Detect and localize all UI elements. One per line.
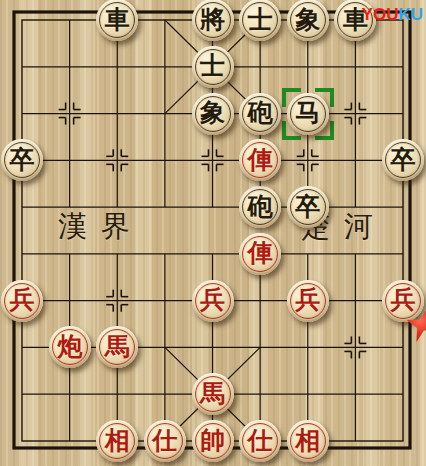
piece-glyph: 卒 [391, 147, 416, 172]
piece-glyph: 马 [295, 100, 320, 125]
piece-black-cannon[interactable]: 砲 [239, 93, 281, 135]
piece-black-horse[interactable]: 马 [287, 93, 329, 135]
piece-glyph: 士 [200, 53, 225, 78]
piece-glyph: 卒 [295, 194, 320, 219]
piece-glyph: 俥 [248, 147, 273, 172]
piece-glyph: 砲 [248, 194, 273, 219]
piece-red-chariot[interactable]: 俥 [239, 139, 281, 181]
piece-red-advisor[interactable]: 仕 [239, 420, 281, 462]
piece-glyph: 兵 [391, 287, 416, 312]
piece-red-horse[interactable]: 馬 [96, 326, 138, 368]
youku-logo: YOUKU [362, 6, 423, 23]
piece-red-advisor[interactable]: 仕 [144, 420, 186, 462]
piece-black-chariot[interactable]: 車 [96, 0, 138, 41]
piece-glyph: 象 [200, 100, 225, 125]
piece-red-chariot[interactable]: 俥 [239, 233, 281, 275]
piece-glyph: 炮 [57, 334, 82, 359]
xiangqi-app-window: { "app": { "logo": { "part_red": "YOU", … [0, 0, 426, 466]
piece-glyph: 將 [200, 7, 225, 32]
piece-glyph: 馬 [105, 334, 130, 359]
piece-glyph: 相 [105, 428, 130, 453]
piece-black-general[interactable]: 將 [192, 0, 234, 41]
piece-glyph: 車 [105, 7, 130, 32]
piece-black-elephant[interactable]: 象 [287, 0, 329, 41]
piece-glyph: 馬 [200, 381, 225, 406]
piece-black-soldier[interactable]: 卒 [1, 139, 43, 181]
piece-glyph: 相 [295, 428, 320, 453]
piece-red-soldier[interactable]: 兵 [287, 280, 329, 322]
piece-red-soldier[interactable]: 兵 [382, 280, 424, 322]
piece-glyph: 兵 [10, 287, 35, 312]
piece-red-cannon[interactable]: 炮 [49, 326, 91, 368]
youku-logo-red-part: YOU [362, 5, 399, 24]
piece-black-soldier[interactable]: 卒 [287, 186, 329, 228]
piece-red-horse[interactable]: 馬 [192, 373, 234, 415]
piece-red-elephant[interactable]: 相 [287, 420, 329, 462]
piece-glyph: 仕 [152, 428, 177, 453]
piece-glyph: 俥 [248, 240, 273, 265]
youku-logo-blue-part: KU [398, 5, 423, 24]
piece-glyph: 兵 [295, 287, 320, 312]
piece-glyph: 砲 [248, 100, 273, 125]
piece-glyph: 卒 [10, 147, 35, 172]
piece-glyph: 兵 [200, 287, 225, 312]
piece-glyph: 帥 [200, 428, 225, 453]
piece-red-soldier[interactable]: 兵 [1, 280, 43, 322]
piece-red-elephant[interactable]: 相 [96, 420, 138, 462]
piece-black-soldier[interactable]: 卒 [382, 139, 424, 181]
river-label-left: 漢界 [58, 212, 144, 241]
piece-red-king[interactable]: 帥 [192, 420, 234, 462]
piece-glyph: 象 [295, 7, 320, 32]
piece-black-cannon[interactable]: 砲 [239, 186, 281, 228]
piece-glyph: 士 [248, 7, 273, 32]
piece-black-advisor[interactable]: 士 [192, 46, 234, 88]
piece-red-soldier[interactable]: 兵 [192, 280, 234, 322]
piece-black-elephant[interactable]: 象 [192, 93, 234, 135]
piece-glyph: 仕 [248, 428, 273, 453]
piece-black-advisor[interactable]: 士 [239, 0, 281, 41]
